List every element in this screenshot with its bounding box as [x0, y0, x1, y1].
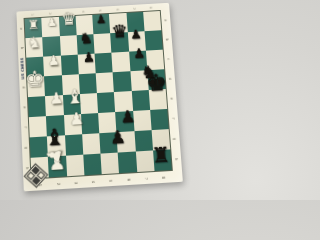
rank-label-3: 3 — [73, 181, 78, 184]
file-label-e: e — [22, 106, 27, 109]
piece-black-pawn: ♟ — [133, 47, 146, 61]
piece-white-queen: ♛ — [61, 11, 77, 28]
rank-label-7: 7 — [132, 8, 136, 10]
file-label-g: g — [24, 146, 29, 149]
piece-white-pawn: ♟ — [47, 17, 58, 29]
piece-white-king: ♚ — [25, 67, 46, 90]
piece-black-pawn: ♟ — [130, 28, 142, 41]
photo-scene: { "game": "chess", "scene": { "descripti… — [0, 0, 200, 200]
rank-label-6: 6 — [126, 178, 131, 181]
piece-black-pawn: ♟ — [96, 14, 107, 26]
file-label-c: c — [166, 58, 171, 60]
file-label-e: e — [169, 97, 174, 100]
piece-black-knight: ♞ — [79, 31, 93, 47]
piece-white-bishop: ♝ — [65, 87, 84, 108]
pieces-layer: ♜♞♟♛♚♟♟♝♟♟♟♟♞♛♟♟♟♞♚♟♟♝♜ — [25, 11, 172, 178]
file-label-f: f — [171, 118, 176, 120]
piece-white-pawn: ♟ — [69, 110, 85, 127]
file-label-h: h — [174, 158, 179, 161]
piece-white-knight: ♞ — [27, 36, 41, 52]
file-label-a: a — [19, 27, 23, 30]
piece-white-pawn: ♟ — [48, 54, 61, 68]
rank-label-7: 7 — [144, 177, 149, 180]
rank-label-8: 8 — [149, 7, 153, 9]
file-label-a: a — [163, 19, 167, 22]
piece-black-pawn: ♟ — [82, 51, 95, 65]
piece-white-rook: ♜ — [27, 19, 39, 32]
piece-black-rook: ♜ — [151, 145, 171, 167]
rank-label-4: 4 — [91, 180, 96, 183]
piece-black-bishop: ♝ — [44, 125, 65, 149]
rank-label-2: 2 — [56, 182, 61, 185]
file-label-b: b — [20, 47, 24, 50]
file-label-f: f — [23, 127, 27, 129]
rank-label-8: 8 — [161, 176, 166, 179]
chess-board-mat: 12345678 12345678 abcdefgh abcdefgh US C… — [16, 3, 182, 192]
rank-label-1: 1 — [31, 13, 35, 15]
piece-black-king: ♚ — [145, 71, 167, 95]
piece-black-pawn: ♟ — [109, 128, 126, 147]
rank-label-6: 6 — [116, 9, 120, 11]
file-label-d: d — [168, 77, 173, 80]
piece-white-pawn: ♟ — [49, 91, 64, 107]
piece-black-queen: ♛ — [111, 22, 128, 41]
file-label-b: b — [165, 38, 170, 41]
piece-black-pawn: ♟ — [120, 108, 136, 125]
rank-label-5: 5 — [109, 179, 114, 182]
file-label-g: g — [172, 138, 177, 141]
rank-label-4: 4 — [82, 11, 86, 13]
